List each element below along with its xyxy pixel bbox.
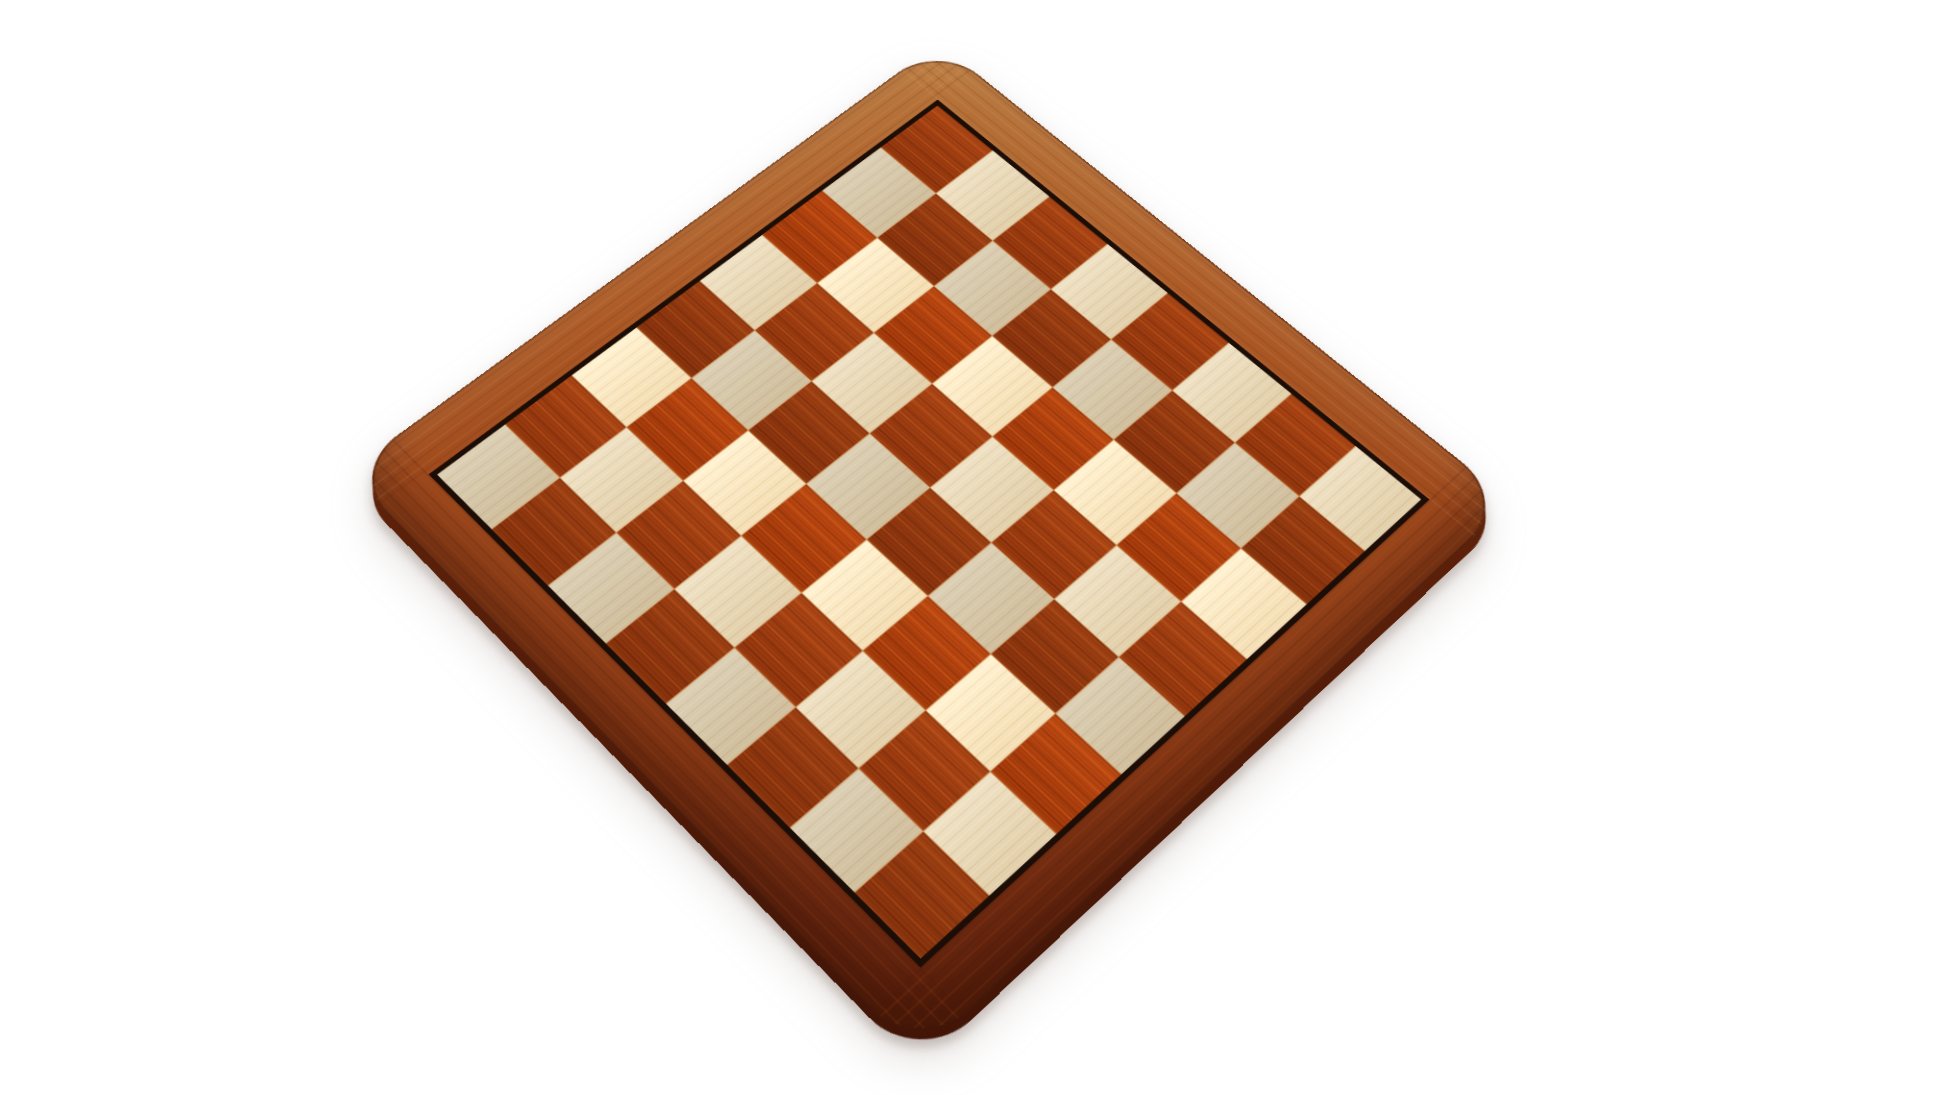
board-grid xyxy=(437,105,1421,958)
inlay-border xyxy=(429,100,1430,968)
product-photo-scene xyxy=(0,0,1946,1095)
board-top-face xyxy=(346,43,1511,1058)
chessboard xyxy=(502,59,1358,915)
